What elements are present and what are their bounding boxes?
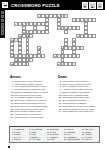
clue-number: 1 xyxy=(38,15,39,17)
clue-number: 13 xyxy=(27,35,29,37)
clue-number: 15 xyxy=(11,39,13,41)
side-toolbar xyxy=(0,10,5,38)
clue-number: 2 xyxy=(46,15,47,17)
page-number: Page 1 xyxy=(88,141,96,144)
across-heading: Across xyxy=(10,75,53,79)
grid-cell[interactable] xyxy=(80,46,84,50)
across-clues-column: Across 1.Rocky body in the main belt4.Va… xyxy=(10,75,53,119)
clue-number: 3 xyxy=(58,15,59,17)
title-bar: CROSSWORD PUZZLE ▾▴✕ xyxy=(0,0,105,10)
clue-number: 16 xyxy=(73,39,75,41)
clue-number: 12 xyxy=(19,35,21,37)
grid-cell[interactable] xyxy=(72,62,76,66)
down-clues-column: Down 2.Third planet from the Sun3.Rocky … xyxy=(58,75,101,119)
clue-number: 11 xyxy=(23,31,25,33)
system-menu-icon[interactable] xyxy=(2,2,8,8)
text-tool[interactable] xyxy=(1,15,4,19)
clue-item: 19.Great asteroid of the main belt xyxy=(58,110,101,113)
clue-number: 22 xyxy=(15,59,17,61)
word-bank-column: 6. STARDUST7. ORB8. UFO9. NEBULA10. PLAN… xyxy=(29,128,45,141)
word-bank-entry: 15. SUN xyxy=(47,138,63,141)
clue-number: 8 xyxy=(35,23,36,25)
app-window: CROSSWORD PUZZLE ▾▴✕ 1234567891011121314… xyxy=(0,0,105,150)
clue-item-text: Great asteroid of the main belt xyxy=(62,110,101,113)
word-bank: 1. ASTEROID2. EARTH3. MOON4. GALAXY5. LU… xyxy=(9,126,100,143)
window-controls: ▾▴✕ xyxy=(82,2,104,9)
minimize-button[interactable]: ▾ xyxy=(82,2,89,9)
grid-cell[interactable] xyxy=(41,54,45,58)
clue-number: 20 xyxy=(11,55,13,57)
grid-cell[interactable] xyxy=(64,30,68,34)
grid-cell[interactable] xyxy=(29,58,33,62)
word-bank-column: 16. TITAN17. PROBE18. SKY19. METEOR20. T… xyxy=(64,128,80,141)
grid-cell[interactable] xyxy=(29,34,33,38)
grid-cell[interactable] xyxy=(26,62,30,66)
page-corner-mark xyxy=(8,146,10,148)
grid-cell[interactable] xyxy=(92,34,96,38)
grid-cell[interactable] xyxy=(64,14,68,18)
clue-number: 6 xyxy=(15,23,16,25)
clue-number: 17 xyxy=(19,43,21,45)
clue-number: 19 xyxy=(62,47,64,49)
pointer-tool[interactable] xyxy=(1,11,4,15)
clue-item-text: Dwarf world beyond Neptune xyxy=(14,116,53,119)
word-bank-column: 11. ECLIPSE12. MARS13. SATURN14. COMET15… xyxy=(47,128,63,141)
clue-number: 9 xyxy=(58,27,59,29)
clue-number: 23 xyxy=(11,63,13,65)
down-heading: Down xyxy=(58,75,101,79)
word-bank-column: 21. GRAVITY22. ORBIT23. VENUS24. PLUTO15… xyxy=(82,128,98,141)
clue-item: 24.Dwarf world beyond Neptune xyxy=(10,116,53,119)
clue-number: 14 xyxy=(77,35,79,37)
fill-tool[interactable] xyxy=(1,23,4,27)
clue-number: 4 xyxy=(73,19,74,21)
word-bank-entry: 10. PLANET xyxy=(29,138,45,141)
word-bank-entry: 20. TELESCOPE xyxy=(64,138,80,141)
close-button[interactable]: ✕ xyxy=(97,2,104,9)
grid-cell[interactable] xyxy=(92,18,96,22)
clue-number: 18 xyxy=(38,47,40,49)
word-bank-column: 1. ASTEROID2. EARTH3. MOON4. GALAXY5. LU… xyxy=(12,128,28,141)
grid-cell[interactable] xyxy=(76,26,80,30)
grid-cell[interactable] xyxy=(45,30,49,34)
clues-section: Across 1.Rocky body in the main belt4.Va… xyxy=(10,75,101,119)
grid-cell[interactable] xyxy=(76,54,80,58)
crossword-grid: 123456789101112131415161718192021222324 xyxy=(10,14,103,66)
down-clue-list: 2.Third planet from the Sun3.Rocky body … xyxy=(58,80,101,113)
print-tool[interactable] xyxy=(1,31,4,35)
clue-number: 5 xyxy=(85,19,86,21)
word-bank-entry: 5. LUNAR xyxy=(12,138,28,141)
clue-number: 10 xyxy=(66,27,68,29)
grid-tool[interactable] xyxy=(1,19,4,23)
clue-number: 21 xyxy=(54,55,56,57)
zoom-tool[interactable] xyxy=(1,27,4,31)
across-clue-list: 1.Rocky body in the main belt4.Vast isla… xyxy=(10,80,53,119)
clue-number: 7 xyxy=(23,23,24,25)
clue-number: 24 xyxy=(58,63,60,65)
maximize-button[interactable]: ▴ xyxy=(89,2,96,9)
window-title: CROSSWORD PUZZLE xyxy=(11,3,82,8)
